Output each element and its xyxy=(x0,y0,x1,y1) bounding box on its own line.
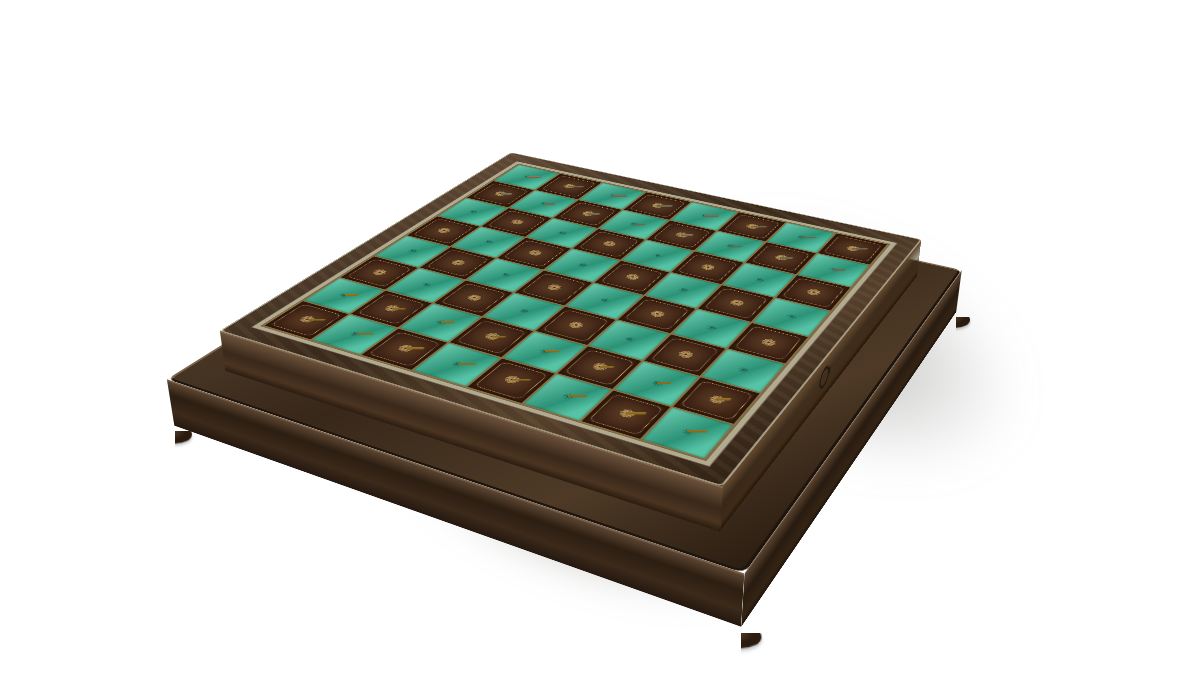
drawer-ring-handle-icon xyxy=(819,361,830,393)
photo-background: ♜♞♝♛♚♝♞♜♟♟♟♟♟♟♟♟♟♟♟♟♟♟♟♟♜♞♝♛♚♝♞♜ xyxy=(0,0,1200,675)
